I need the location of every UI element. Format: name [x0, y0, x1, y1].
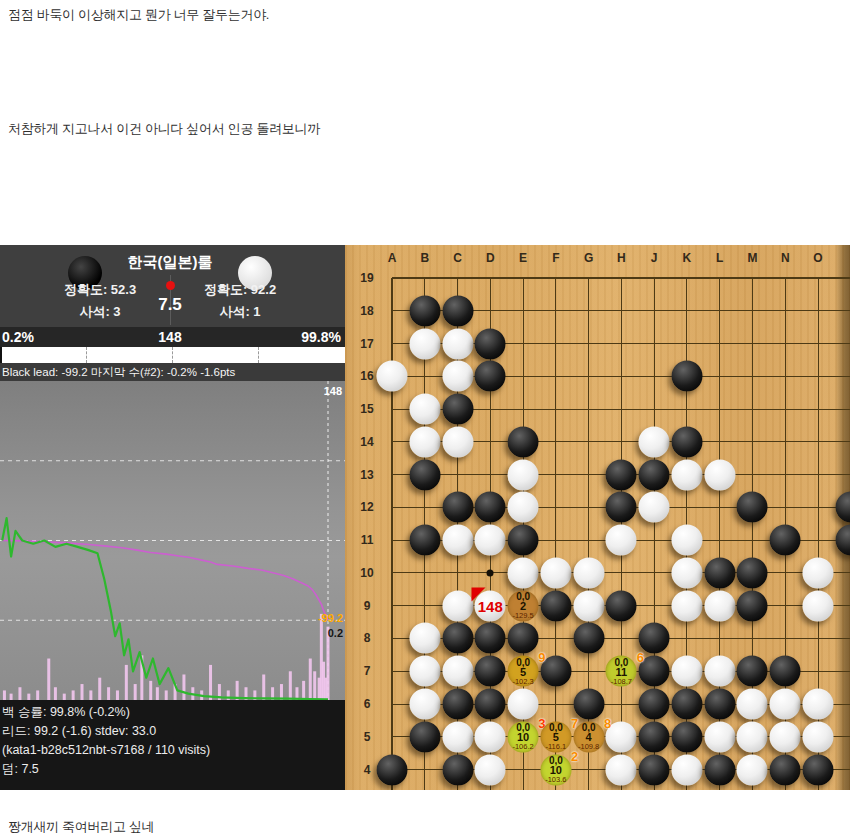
- white-stone-K10[interactable]: [671, 557, 702, 588]
- suggestion-l2: 10: [550, 765, 562, 776]
- suggestion-l3: -103.6: [545, 776, 566, 784]
- white-stone-C7[interactable]: [442, 656, 473, 687]
- col-label-L: L: [716, 251, 723, 265]
- white-captures: 사석: 1: [219, 303, 260, 321]
- black-stone-D8[interactable]: [475, 623, 506, 654]
- white-stone-C9[interactable]: [442, 590, 473, 621]
- suggestion-l3: -102.3: [512, 677, 533, 685]
- col-label-D: D: [486, 251, 495, 265]
- svg-text:-99.2: -99.2: [318, 612, 343, 624]
- col-label-E: E: [519, 251, 527, 265]
- white-stone-B8[interactable]: [409, 623, 440, 654]
- suggestion-l3: -109.8: [578, 743, 599, 751]
- white-stone-E12[interactable]: [508, 492, 539, 523]
- black-stone-A4[interactable]: [377, 754, 408, 785]
- suggestion-l3: -129.5: [512, 612, 533, 620]
- engine-info-line-3: (kata1-b28c512nbt-s7168 / 110 visits): [2, 741, 345, 760]
- white-stone-B15[interactable]: [409, 394, 440, 425]
- black-stone-E8[interactable]: [508, 623, 539, 654]
- white-stone-K9[interactable]: [671, 590, 702, 621]
- winrate-tick-50: [172, 347, 173, 363]
- col-label-C: C: [453, 251, 462, 265]
- col-label-G: G: [584, 251, 593, 265]
- white-stone-E10[interactable]: [508, 557, 539, 588]
- suggestion-l2: 5: [553, 732, 559, 743]
- black-stone-C6[interactable]: [442, 689, 473, 720]
- suggestion-l3: -108.7: [611, 677, 632, 685]
- black-stone-G8[interactable]: [573, 623, 604, 654]
- white-stone-C14[interactable]: [442, 426, 473, 457]
- black-stone-J13[interactable]: [639, 459, 670, 490]
- col-label-H: H: [617, 251, 626, 265]
- suggestion-l2: 10: [517, 732, 529, 743]
- black-stone-D6[interactable]: [475, 689, 506, 720]
- white-stone-L9[interactable]: [704, 590, 735, 621]
- white-stone-B6[interactable]: [409, 689, 440, 720]
- grid-hline-10: [392, 572, 850, 573]
- black-stone-C4[interactable]: [442, 754, 473, 785]
- suggestion-order: 8: [604, 715, 611, 730]
- ai-suggestion-H7[interactable]: 0,011-108.76: [606, 656, 637, 687]
- last-move-number: 148: [475, 590, 506, 621]
- white-stone-L13[interactable]: [704, 459, 735, 490]
- black-stone-K5[interactable]: [671, 721, 702, 752]
- black-stone-H12[interactable]: [606, 492, 637, 523]
- row-label-14: 14: [360, 435, 373, 449]
- black-stone-H9[interactable]: [606, 590, 637, 621]
- record-dot-icon: [166, 281, 175, 290]
- black-stone-J6[interactable]: [639, 689, 670, 720]
- white-stone-D11[interactable]: [475, 525, 506, 556]
- black-stone-K16[interactable]: [671, 361, 702, 392]
- suggestion-l2: 11: [616, 666, 628, 677]
- black-stone-C18[interactable]: [442, 295, 473, 326]
- black-stone-O4[interactable]: [803, 754, 834, 785]
- engine-info-panel: 백 승률: 99.8% (-0.2%)리드: 99.2 (-1.6) stdev…: [0, 700, 345, 790]
- grid-vline-F: [555, 278, 556, 790]
- white-stone-H4[interactable]: [606, 754, 637, 785]
- white-stone-C5[interactable]: [442, 721, 473, 752]
- white-winrate-pct: 99.8%: [301, 329, 341, 345]
- white-stone-G9[interactable]: [573, 590, 604, 621]
- black-accuracy: 정확도: 52.3: [64, 281, 136, 299]
- white-stone-K13[interactable]: [671, 459, 702, 490]
- row-label-10: 10: [360, 566, 373, 580]
- white-stone-K11[interactable]: [671, 525, 702, 556]
- black-winrate-pct: 0.2%: [2, 329, 34, 345]
- move-number: 148: [158, 329, 181, 345]
- black-stone-E11[interactable]: [508, 525, 539, 556]
- col-label-A: A: [388, 251, 397, 265]
- black-stone-K6[interactable]: [671, 689, 702, 720]
- white-stone-O6[interactable]: [803, 689, 834, 720]
- winrate-labels: 0.2% 148 99.8%: [0, 327, 345, 347]
- black-stone-D12[interactable]: [475, 492, 506, 523]
- black-stone-L10[interactable]: [704, 557, 735, 588]
- white-stone-O9[interactable]: [803, 590, 834, 621]
- white-stone-L5[interactable]: [704, 721, 735, 752]
- col-label-N: N: [781, 251, 790, 265]
- white-stone-K7[interactable]: [671, 656, 702, 687]
- ai-suggestion-E7[interactable]: 0,05-102.39: [508, 656, 539, 687]
- winrate-graph-svg: 148-99.20.2: [0, 381, 345, 700]
- go-analysis-widget: 한국(일본)룰 정확도: 52.3 정확도: 92.2 사석: 3 사석: 1 …: [0, 245, 850, 790]
- ai-suggestion-F4[interactable]: 0,010-103.62: [540, 754, 571, 785]
- ai-suggestion-E9[interactable]: 0,02-129.5: [508, 590, 539, 621]
- post-text-3: 짱개새끼 죽여버리고 싶네: [8, 818, 154, 836]
- black-stone-M12[interactable]: [737, 492, 768, 523]
- white-stone-G10[interactable]: [573, 557, 604, 588]
- svg-text:0.2: 0.2: [328, 627, 343, 639]
- white-stone-O10[interactable]: [803, 557, 834, 588]
- black-stone-H13[interactable]: [606, 459, 637, 490]
- white-stone-O5[interactable]: [803, 721, 834, 752]
- white-stone-D4[interactable]: [475, 754, 506, 785]
- black-stone-J4[interactable]: [639, 754, 670, 785]
- suggestion-l3: -116.1: [545, 743, 566, 751]
- white-stone-F10[interactable]: [540, 557, 571, 588]
- row-label-7: 7: [364, 664, 371, 678]
- black-stone-B11[interactable]: [409, 525, 440, 556]
- white-stone-K4[interactable]: [671, 754, 702, 785]
- grid-hline-19: [392, 277, 850, 279]
- white-stone-L7[interactable]: [704, 656, 735, 687]
- white-stone-C16[interactable]: [442, 361, 473, 392]
- white-stone-J12[interactable]: [639, 492, 670, 523]
- black-stone-N7[interactable]: [770, 656, 801, 687]
- analysis-panel: 한국(일본)룰 정확도: 52.3 정확도: 92.2 사석: 3 사석: 1 …: [0, 245, 345, 790]
- white-stone-H11[interactable]: [606, 525, 637, 556]
- engine-info-line-2: 리드: 99.2 (-1.6) stdev: 33.0: [2, 722, 345, 741]
- black-stone-D16[interactable]: [475, 361, 506, 392]
- suggestion-l2: 4: [586, 732, 592, 743]
- rules-title: 한국(일본)룰: [128, 253, 213, 272]
- suggestion-l2: 2: [520, 601, 526, 612]
- black-stone-M10[interactable]: [737, 557, 768, 588]
- engine-info-line-4: 덤: 7.5: [2, 760, 345, 779]
- white-stone-N5[interactable]: [770, 721, 801, 752]
- white-accuracy: 정확도: 92.2: [204, 281, 276, 299]
- post-text-2: 처참하게 지고나서 이건 아니다 싶어서 인공 돌려보니까: [8, 120, 320, 138]
- white-stone-E6[interactable]: [508, 689, 539, 720]
- black-stone-P11[interactable]: [835, 525, 850, 556]
- black-captures: 사석: 3: [79, 303, 120, 321]
- black-stone-E14[interactable]: [508, 426, 539, 457]
- black-stone-L4[interactable]: [704, 754, 735, 785]
- black-stone-D17[interactable]: [475, 328, 506, 359]
- white-stone-M5[interactable]: [737, 721, 768, 752]
- row-label-17: 17: [360, 337, 373, 351]
- status-line: Black lead: -99.2 마지막 수(#2): -0.2% -1.6p…: [0, 363, 345, 381]
- grid-vline-A: [391, 278, 393, 790]
- player-header: 한국(일본)룰 정확도: 52.3 정확도: 92.2 사석: 3 사석: 1 …: [0, 245, 345, 327]
- white-stone-N6[interactable]: [770, 689, 801, 720]
- ai-suggestion-E5[interactable]: 0,010-106.23: [508, 721, 539, 752]
- black-stone-C12[interactable]: [442, 492, 473, 523]
- black-stone-D7[interactable]: [475, 656, 506, 687]
- row-label-6: 6: [364, 697, 371, 711]
- row-label-5: 5: [364, 730, 371, 744]
- black-stone-C15[interactable]: [442, 394, 473, 425]
- winrate-bar-black-portion: [0, 347, 2, 363]
- star-point-D10: [487, 569, 494, 576]
- black-stone-B5[interactable]: [409, 721, 440, 752]
- col-label-M: M: [747, 251, 757, 265]
- white-stone-J14[interactable]: [639, 426, 670, 457]
- komi-value: 7.5: [158, 295, 182, 315]
- white-stone-B14[interactable]: [409, 426, 440, 457]
- black-stone-B18[interactable]: [409, 295, 440, 326]
- goban[interactable]: ABCDEFGHJKLMNO19181716151413121110987654…: [345, 245, 850, 790]
- row-label-16: 16: [360, 369, 373, 383]
- screenshot-page: 점점 바둑이 이상해지고 뭔가 너무 잘두는거야. 처참하게 지고나서 이건 아…: [0, 0, 850, 839]
- row-label-4: 4: [364, 763, 371, 777]
- white-stone-M4[interactable]: [737, 754, 768, 785]
- white-stone-D9[interactable]: 148: [475, 590, 506, 621]
- winrate-graph[interactable]: 148-99.20.2: [0, 381, 345, 700]
- white-stone-E13[interactable]: [508, 459, 539, 490]
- white-stone-D5[interactable]: [475, 721, 506, 752]
- col-label-B: B: [420, 251, 429, 265]
- winrate-tick-75: [258, 347, 259, 363]
- svg-text:148: 148: [324, 385, 342, 397]
- black-stone-P12[interactable]: [835, 492, 850, 523]
- black-stone-N11[interactable]: [770, 525, 801, 556]
- black-stone-M7[interactable]: [737, 656, 768, 687]
- engine-info-line-1: 백 승률: 99.8% (-0.2%): [2, 703, 345, 722]
- black-stone-L6[interactable]: [704, 689, 735, 720]
- row-label-19: 19: [360, 271, 373, 285]
- black-stone-M9[interactable]: [737, 590, 768, 621]
- black-stone-C8[interactable]: [442, 623, 473, 654]
- black-stone-N4[interactable]: [770, 754, 801, 785]
- white-stone-B7[interactable]: [409, 656, 440, 687]
- black-stone-J5[interactable]: [639, 721, 670, 752]
- row-label-11: 11: [361, 533, 374, 547]
- white-stone-C11[interactable]: [442, 525, 473, 556]
- row-label-12: 12: [360, 500, 373, 514]
- white-stone-A16[interactable]: [377, 361, 408, 392]
- black-stone-K14[interactable]: [671, 426, 702, 457]
- row-label-8: 8: [364, 631, 371, 645]
- black-stone-F9[interactable]: [540, 590, 571, 621]
- suggestion-order: 9: [538, 650, 545, 665]
- col-label-O: O: [813, 251, 822, 265]
- row-label-13: 13: [360, 468, 373, 482]
- white-stone-C17[interactable]: [442, 328, 473, 359]
- row-label-18: 18: [360, 304, 373, 318]
- winrate-tick-25: [86, 347, 87, 363]
- ai-suggestion-F5[interactable]: 0,05-116.17: [540, 721, 571, 752]
- white-stone-B17[interactable]: [409, 328, 440, 359]
- black-stone-B13[interactable]: [409, 459, 440, 490]
- row-label-9: 9: [364, 599, 371, 613]
- suggestion-l3: -106.2: [512, 743, 533, 751]
- col-label-J: J: [651, 251, 658, 265]
- suggestion-order: 2: [571, 748, 578, 763]
- col-label-F: F: [552, 251, 559, 265]
- row-label-15: 15: [360, 402, 373, 416]
- suggestion-order: 6: [637, 650, 644, 665]
- white-stone-M6[interactable]: [737, 689, 768, 720]
- post-text-1: 점점 바둑이 이상해지고 뭔가 너무 잘두는거야.: [8, 6, 269, 24]
- col-label-K: K: [683, 251, 692, 265]
- winrate-bar[interactable]: [0, 347, 345, 363]
- suggestion-l2: 5: [520, 666, 526, 677]
